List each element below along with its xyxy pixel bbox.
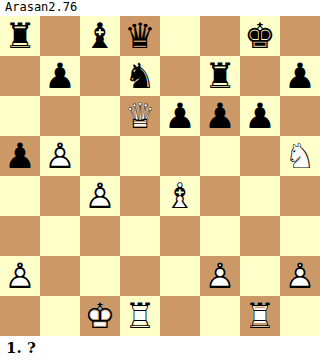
black-piece-glyph: ♟ [0,136,40,176]
piece-black-rook: ♜ [200,56,240,96]
square-e3[interactable] [160,216,200,256]
square-b5[interactable]: ♟♙ [40,136,80,176]
square-h3[interactable] [280,216,320,256]
piece-white-pawn: ♟♙ [280,256,320,296]
square-d7[interactable]: ♞ [120,56,160,96]
square-b6[interactable] [40,96,80,136]
black-piece-glyph: ♟ [160,96,200,136]
engine-title: Arasan2.76 [0,0,320,16]
white-piece-outline: ♙ [280,256,320,296]
piece-white-bishop: ♝♗ [160,176,200,216]
square-d3[interactable] [120,216,160,256]
square-a8[interactable]: ♜ [0,16,40,56]
chess-board: ♜♝♛♚♟♞♜♟♛♕♟♟♟♟♟♙♞♘♟♙♝♗♟♙♟♙♟♙♚♔♜♖♜♖ [0,16,320,336]
piece-black-pawn: ♟ [160,96,200,136]
piece-white-rook: ♜♖ [240,296,280,336]
square-g3[interactable] [240,216,280,256]
white-piece-outline: ♙ [0,256,40,296]
square-h4[interactable] [280,176,320,216]
square-h6[interactable] [280,96,320,136]
square-f1[interactable] [200,296,240,336]
piece-white-king: ♚♔ [80,296,120,336]
square-d2[interactable] [120,256,160,296]
square-c3[interactable] [80,216,120,256]
piece-white-queen: ♛♕ [120,96,160,136]
square-c7[interactable] [80,56,120,96]
chess-app-window: Arasan2.76 ♜♝♛♚♟♞♜♟♛♕♟♟♟♟♟♙♞♘♟♙♝♗♟♙♟♙♟♙♚… [0,0,320,360]
black-piece-glyph: ♛ [120,16,160,56]
black-piece-glyph: ♜ [200,56,240,96]
white-piece-outline: ♙ [40,136,80,176]
black-piece-glyph: ♜ [0,16,40,56]
white-piece-outline: ♔ [80,296,120,336]
square-g6[interactable]: ♟ [240,96,280,136]
square-e7[interactable] [160,56,200,96]
square-a7[interactable] [0,56,40,96]
square-c2[interactable] [80,256,120,296]
piece-white-pawn: ♟♙ [80,176,120,216]
square-b2[interactable] [40,256,80,296]
square-e1[interactable] [160,296,200,336]
piece-black-pawn: ♟ [0,136,40,176]
piece-black-knight: ♞ [120,56,160,96]
black-piece-glyph: ♚ [240,16,280,56]
black-piece-glyph: ♟ [40,56,80,96]
square-f5[interactable] [200,136,240,176]
square-b7[interactable]: ♟ [40,56,80,96]
square-b1[interactable] [40,296,80,336]
piece-black-queen: ♛ [120,16,160,56]
piece-black-pawn: ♟ [200,96,240,136]
square-f8[interactable] [200,16,240,56]
white-piece-outline: ♖ [120,296,160,336]
piece-black-pawn: ♟ [280,56,320,96]
black-piece-glyph: ♟ [280,56,320,96]
square-f7[interactable]: ♜ [200,56,240,96]
white-piece-outline: ♕ [120,96,160,136]
square-a1[interactable] [0,296,40,336]
square-g1[interactable]: ♜♖ [240,296,280,336]
square-c4[interactable]: ♟♙ [80,176,120,216]
square-c6[interactable] [80,96,120,136]
black-piece-glyph: ♟ [200,96,240,136]
piece-white-knight: ♞♘ [280,136,320,176]
black-piece-glyph: ♞ [120,56,160,96]
square-d1[interactable]: ♜♖ [120,296,160,336]
square-g8[interactable]: ♚ [240,16,280,56]
white-piece-outline: ♙ [80,176,120,216]
piece-black-king: ♚ [240,16,280,56]
square-h2[interactable]: ♟♙ [280,256,320,296]
square-e6[interactable]: ♟ [160,96,200,136]
white-piece-outline: ♘ [280,136,320,176]
move-prompt: 1. ? [0,336,320,360]
piece-black-pawn: ♟ [40,56,80,96]
black-piece-glyph: ♟ [240,96,280,136]
square-h7[interactable]: ♟ [280,56,320,96]
square-g4[interactable] [240,176,280,216]
square-g2[interactable] [240,256,280,296]
square-e2[interactable] [160,256,200,296]
white-piece-outline: ♙ [200,256,240,296]
square-c8[interactable]: ♝ [80,16,120,56]
square-a5[interactable]: ♟ [0,136,40,176]
square-h1[interactable] [280,296,320,336]
square-c5[interactable] [80,136,120,176]
square-a6[interactable] [0,96,40,136]
square-g5[interactable] [240,136,280,176]
piece-black-pawn: ♟ [240,96,280,136]
square-f2[interactable]: ♟♙ [200,256,240,296]
square-e8[interactable] [160,16,200,56]
square-h8[interactable] [280,16,320,56]
square-d4[interactable] [120,176,160,216]
square-d8[interactable]: ♛ [120,16,160,56]
piece-white-pawn: ♟♙ [0,256,40,296]
square-f3[interactable] [200,216,240,256]
white-piece-outline: ♖ [240,296,280,336]
square-f6[interactable]: ♟ [200,96,240,136]
square-b3[interactable] [40,216,80,256]
square-g7[interactable] [240,56,280,96]
square-a3[interactable] [0,216,40,256]
square-b4[interactable] [40,176,80,216]
piece-white-rook: ♜♖ [120,296,160,336]
square-a4[interactable] [0,176,40,216]
square-b8[interactable] [40,16,80,56]
piece-white-pawn: ♟♙ [200,256,240,296]
black-piece-glyph: ♝ [80,16,120,56]
square-e5[interactable] [160,136,200,176]
white-piece-outline: ♗ [160,176,200,216]
piece-black-rook: ♜ [0,16,40,56]
piece-white-pawn: ♟♙ [40,136,80,176]
square-a2[interactable]: ♟♙ [0,256,40,296]
square-d5[interactable] [120,136,160,176]
square-d6[interactable]: ♛♕ [120,96,160,136]
square-h5[interactable]: ♞♘ [280,136,320,176]
square-f4[interactable] [200,176,240,216]
square-e4[interactable]: ♝♗ [160,176,200,216]
square-c1[interactable]: ♚♔ [80,296,120,336]
piece-black-bishop: ♝ [80,16,120,56]
